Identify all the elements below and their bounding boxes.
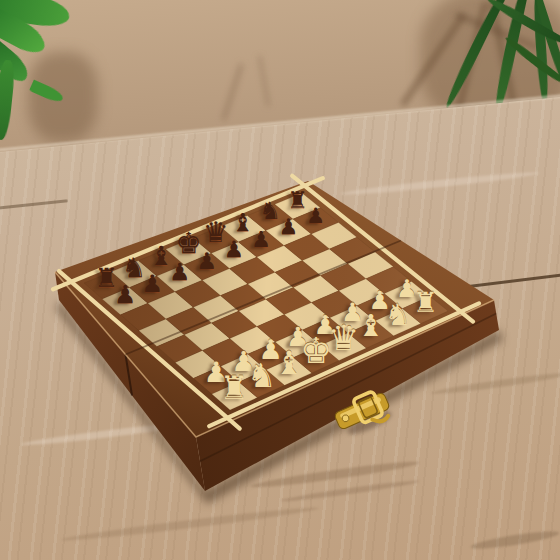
- photo-scene: ♜♞♟♝♟♛♟♚♟♝♟♞♟♜♟♟♟♟♜♟♞♟♝♟♛♟♚♟♝♟♞♜: [0, 0, 560, 560]
- chess-box: [0, 0, 560, 560]
